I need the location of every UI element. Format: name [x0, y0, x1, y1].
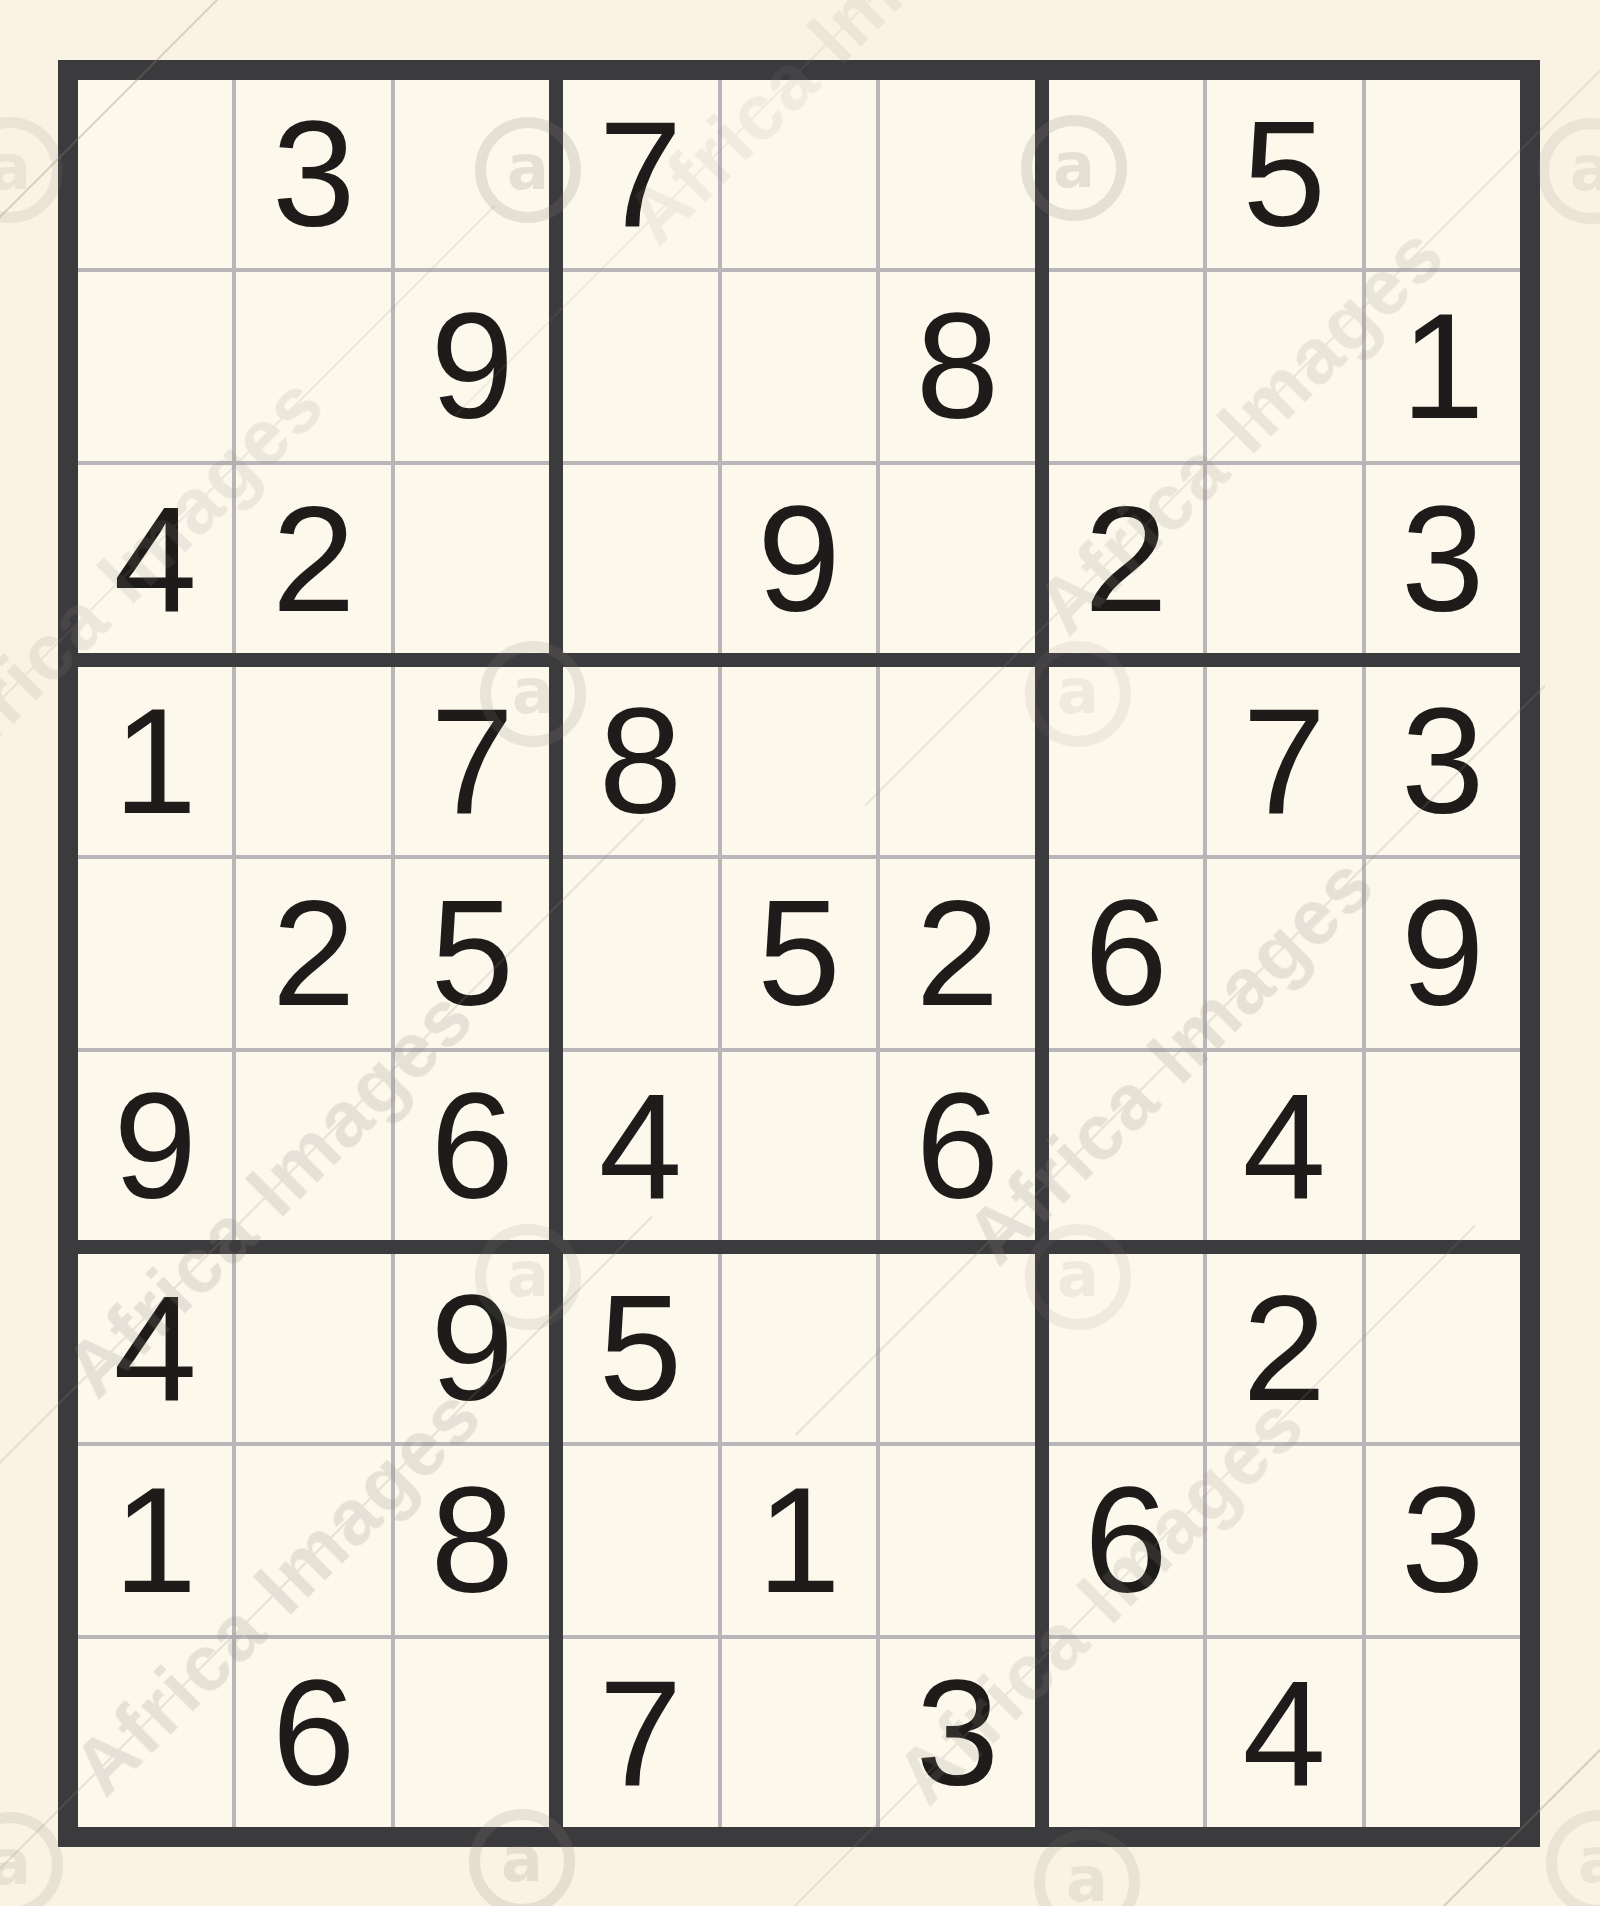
- cell-r9c7[interactable]: [1049, 1639, 1203, 1827]
- cell-r3c9[interactable]: 3: [1366, 465, 1520, 653]
- cell-r3c5[interactable]: 9: [722, 465, 876, 653]
- cell-r6c1[interactable]: 9: [78, 1052, 232, 1240]
- block-9: 2634: [1049, 1254, 1520, 1827]
- africa-images-logo-icon: a: [0, 117, 63, 223]
- cell-r1c8[interactable]: 5: [1207, 80, 1361, 268]
- given-digit: 6: [1084, 878, 1167, 1028]
- cell-r4c1[interactable]: 1: [78, 667, 232, 855]
- given-digit: 9: [114, 1071, 197, 1221]
- block-1: 3942: [78, 80, 549, 653]
- cell-r6c8[interactable]: 4: [1207, 1052, 1361, 1240]
- cell-r4c7[interactable]: [1049, 667, 1203, 855]
- given-digit: 6: [1084, 1465, 1167, 1615]
- cell-r7c2[interactable]: [236, 1254, 390, 1442]
- cell-r8c5[interactable]: 1: [722, 1446, 876, 1634]
- cell-r2c2[interactable]: [236, 272, 390, 460]
- cell-r9c4[interactable]: 7: [563, 1639, 717, 1827]
- cell-r9c6[interactable]: 3: [880, 1639, 1034, 1827]
- cell-r6c5[interactable]: [722, 1052, 876, 1240]
- cell-r1c2[interactable]: 3: [236, 80, 390, 268]
- given-digit: 6: [916, 1071, 999, 1221]
- cell-r5c9[interactable]: 9: [1366, 859, 1520, 1047]
- cell-r5c2[interactable]: 2: [236, 859, 390, 1047]
- cell-r8c4[interactable]: [563, 1446, 717, 1634]
- given-digit: 5: [430, 878, 513, 1028]
- given-digit: 3: [272, 99, 355, 249]
- cell-r1c7[interactable]: [1049, 80, 1203, 268]
- given-digit: 1: [114, 1465, 197, 1615]
- given-digit: 4: [114, 1273, 197, 1423]
- given-digit: 1: [757, 1465, 840, 1615]
- given-digit: 7: [599, 99, 682, 249]
- cell-r3c7[interactable]: 2: [1049, 465, 1203, 653]
- cell-r4c9[interactable]: 3: [1366, 667, 1520, 855]
- cell-r5c1[interactable]: [78, 859, 232, 1047]
- cell-r8c9[interactable]: 3: [1366, 1446, 1520, 1634]
- sudoku-stage: 3942789512317259685246736944918651732634…: [0, 0, 1600, 1906]
- cell-r2c9[interactable]: 1: [1366, 272, 1520, 460]
- logo-letter: a: [1066, 1849, 1108, 1906]
- given-digit: 9: [430, 1273, 513, 1423]
- cell-r3c8[interactable]: [1207, 465, 1361, 653]
- cell-r7c7[interactable]: [1049, 1254, 1203, 1442]
- cell-r4c5[interactable]: [722, 667, 876, 855]
- given-digit: 3: [1401, 484, 1484, 634]
- cell-r6c4[interactable]: 4: [563, 1052, 717, 1240]
- cell-r2c3[interactable]: 9: [395, 272, 549, 460]
- given-digit: 5: [599, 1273, 682, 1423]
- logo-letter: a: [1570, 138, 1600, 200]
- cell-r9c2[interactable]: 6: [236, 1639, 390, 1827]
- given-digit: 2: [272, 484, 355, 634]
- cell-r5c4[interactable]: [563, 859, 717, 1047]
- cell-r8c1[interactable]: 1: [78, 1446, 232, 1634]
- block-6: 73694: [1049, 667, 1520, 1240]
- cell-r3c6[interactable]: [880, 465, 1034, 653]
- given-digit: 6: [272, 1658, 355, 1808]
- cell-r9c3[interactable]: [395, 1639, 549, 1827]
- given-digit: 1: [114, 686, 197, 836]
- cell-r9c8[interactable]: 4: [1207, 1639, 1361, 1827]
- cell-r4c2[interactable]: [236, 667, 390, 855]
- cell-r1c4[interactable]: 7: [563, 80, 717, 268]
- cell-r7c6[interactable]: [880, 1254, 1034, 1442]
- block-2: 789: [563, 80, 1034, 653]
- logo-letter: a: [0, 1832, 31, 1894]
- cell-r8c6[interactable]: [880, 1446, 1034, 1634]
- cell-r1c9[interactable]: [1366, 80, 1520, 268]
- block-4: 172596: [78, 667, 549, 1240]
- block-8: 5173: [563, 1254, 1034, 1827]
- cell-r5c8[interactable]: [1207, 859, 1361, 1047]
- block-7: 49186: [78, 1254, 549, 1827]
- africa-images-logo-icon: a: [0, 1812, 63, 1906]
- given-digit: 8: [599, 686, 682, 836]
- given-digit: 5: [757, 878, 840, 1028]
- cell-r7c9[interactable]: [1366, 1254, 1520, 1442]
- logo-letter: a: [1578, 1830, 1600, 1892]
- cell-r7c4[interactable]: 5: [563, 1254, 717, 1442]
- cell-r4c4[interactable]: 8: [563, 667, 717, 855]
- cell-r1c1[interactable]: [78, 80, 232, 268]
- given-digit: 7: [599, 1658, 682, 1808]
- given-digit: 5: [1243, 99, 1326, 249]
- given-digit: 9: [430, 291, 513, 441]
- cell-r2c4[interactable]: [563, 272, 717, 460]
- cell-r6c7[interactable]: [1049, 1052, 1203, 1240]
- cell-r3c1[interactable]: 4: [78, 465, 232, 653]
- cell-r2c5[interactable]: [722, 272, 876, 460]
- cell-r4c8[interactable]: 7: [1207, 667, 1361, 855]
- given-digit: 9: [1401, 878, 1484, 1028]
- cell-r7c3[interactable]: 9: [395, 1254, 549, 1442]
- given-digit: 4: [1243, 1071, 1326, 1221]
- given-digit: 3: [1401, 1465, 1484, 1615]
- cell-r8c3[interactable]: 8: [395, 1446, 549, 1634]
- africa-images-logo-icon: a: [1546, 1810, 1600, 1906]
- block-5: 85246: [563, 667, 1034, 1240]
- given-digit: 7: [430, 686, 513, 836]
- cell-r2c6[interactable]: 8: [880, 272, 1034, 460]
- africa-images-logo-icon: a: [1538, 118, 1600, 224]
- cell-r8c7[interactable]: 6: [1049, 1446, 1203, 1634]
- logo-letter: a: [0, 137, 31, 199]
- cell-r6c9[interactable]: [1366, 1052, 1520, 1240]
- cell-r5c5[interactable]: 5: [722, 859, 876, 1047]
- cell-r1c6[interactable]: [880, 80, 1034, 268]
- block-3: 5123: [1049, 80, 1520, 653]
- cell-r3c4[interactable]: [563, 465, 717, 653]
- cell-r2c8[interactable]: [1207, 272, 1361, 460]
- cell-r9c5[interactable]: [722, 1639, 876, 1827]
- cell-r1c3[interactable]: [395, 80, 549, 268]
- given-digit: 6: [430, 1071, 513, 1221]
- cell-r5c3[interactable]: 5: [395, 859, 549, 1047]
- cell-r2c7[interactable]: [1049, 272, 1203, 460]
- given-digit: 9: [757, 484, 840, 634]
- cell-r8c8[interactable]: [1207, 1446, 1361, 1634]
- cell-r3c3[interactable]: [395, 465, 549, 653]
- cell-r5c6[interactable]: 2: [880, 859, 1034, 1047]
- given-digit: 8: [430, 1465, 513, 1615]
- cell-r9c1[interactable]: [78, 1639, 232, 1827]
- cell-r2c1[interactable]: [78, 272, 232, 460]
- given-digit: 4: [1243, 1658, 1326, 1808]
- cell-r6c3[interactable]: 6: [395, 1052, 549, 1240]
- cell-r4c3[interactable]: 7: [395, 667, 549, 855]
- cell-r6c2[interactable]: [236, 1052, 390, 1240]
- given-digit: 2: [1084, 484, 1167, 634]
- cell-r8c2[interactable]: [236, 1446, 390, 1634]
- given-digit: 2: [272, 878, 355, 1028]
- cell-r3c2[interactable]: 2: [236, 465, 390, 653]
- cell-r7c1[interactable]: 4: [78, 1254, 232, 1442]
- cell-r1c5[interactable]: [722, 80, 876, 268]
- given-digit: 3: [916, 1658, 999, 1808]
- given-digit: 1: [1401, 291, 1484, 441]
- cell-r6c6[interactable]: 6: [880, 1052, 1034, 1240]
- given-digit: 4: [114, 484, 197, 634]
- given-digit: 4: [599, 1071, 682, 1221]
- cell-r9c9[interactable]: [1366, 1639, 1520, 1827]
- cell-r7c8[interactable]: 2: [1207, 1254, 1361, 1442]
- given-digit: 2: [916, 878, 999, 1028]
- given-digit: 2: [1243, 1273, 1326, 1423]
- cell-r4c6[interactable]: [880, 667, 1034, 855]
- given-digit: 8: [916, 291, 999, 441]
- sudoku-board: 3942789512317259685246736944918651732634: [58, 60, 1540, 1847]
- cell-r5c7[interactable]: 6: [1049, 859, 1203, 1047]
- given-digit: 3: [1401, 686, 1484, 836]
- cell-r7c5[interactable]: [722, 1254, 876, 1442]
- given-digit: 7: [1243, 686, 1326, 836]
